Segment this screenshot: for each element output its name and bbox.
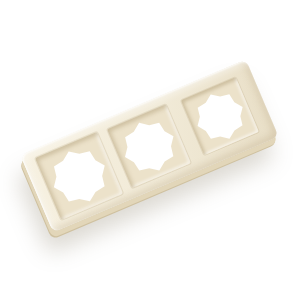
window-recess bbox=[181, 77, 259, 155]
window-aperture bbox=[41, 138, 118, 214]
window-recess bbox=[107, 104, 191, 188]
frame-window-middle bbox=[107, 104, 191, 188]
socket-frame bbox=[20, 59, 278, 232]
window-recess bbox=[35, 132, 123, 220]
frame-window-left bbox=[35, 132, 123, 220]
window-aperture bbox=[186, 83, 254, 150]
window-aperture bbox=[113, 110, 186, 183]
photo-canvas bbox=[0, 0, 300, 300]
windows-layer bbox=[20, 59, 278, 232]
frame-window-right bbox=[181, 77, 259, 155]
